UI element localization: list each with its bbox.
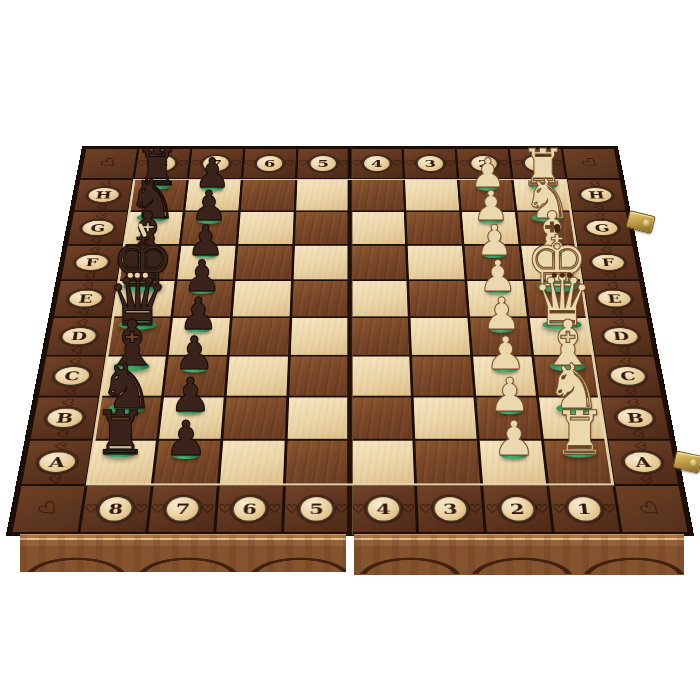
piece-white-pawn-a2[interactable]: ♟	[493, 415, 536, 463]
piece-black-rook-a8[interactable]: ♜	[93, 403, 147, 463]
pawn-glyph: ♟	[493, 415, 536, 463]
piece-white-rook-a1[interactable]: ♜	[553, 403, 607, 463]
king-finial	[554, 224, 560, 233]
rook-glyph: ♜	[93, 403, 147, 463]
piece-black-pawn-a7[interactable]: ♟	[164, 415, 207, 463]
chess-set-photo: ♡♡8♡♡7♡♡6♡♡5♡♡4♡♡3♡♡2♡♡1♡♡♡H♡♡H♡♡G♡♡G♡♡F…	[0, 0, 700, 700]
rook-glyph: ♜	[553, 403, 607, 463]
queen-crown-balls	[128, 273, 148, 278]
pieces-layer: ♜♟♟♜♞♟♟♞♝♟♟♝♚♟♟♚♛♟♟♛♝♟♟♝♞♟♟♞♜♟♟♜	[0, 0, 700, 700]
queen-crown-balls	[552, 273, 572, 278]
pawn-glyph: ♟	[164, 415, 207, 463]
